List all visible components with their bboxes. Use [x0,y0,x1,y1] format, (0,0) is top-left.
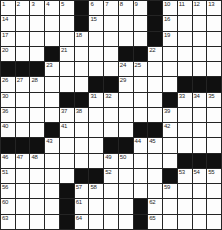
black-cell [148,16,162,30]
clue-number: 23 [46,62,52,68]
clue-number: 41 [61,123,67,129]
grid-cell[interactable]: 37 [60,108,74,122]
black-cell [178,154,192,168]
grid-cell[interactable]: 15 [89,16,103,30]
grid-cell[interactable]: 52 [104,169,118,183]
black-cell [45,47,59,61]
grid-cell[interactable] [163,138,177,152]
clue-number: 46 [2,154,8,160]
grid-cell[interactable] [193,62,207,76]
grid-cell[interactable] [193,123,207,137]
clue-number: 22 [149,47,155,53]
grid-cell[interactable] [193,32,207,46]
grid-cell[interactable] [148,169,162,183]
grid-cell[interactable] [30,184,44,198]
grid-cell[interactable] [178,47,192,61]
black-cell [193,77,207,91]
grid-cell[interactable] [89,199,103,213]
clue-number: 1 [2,1,5,7]
grid-cell[interactable] [134,16,148,30]
clue-number: 12 [194,1,200,7]
grid-cell[interactable]: 59 [163,184,177,198]
grid-cell[interactable] [193,138,207,152]
black-cell [75,169,89,183]
grid-cell[interactable]: 38 [75,108,89,122]
grid-cell[interactable] [16,16,30,30]
grid-cell[interactable] [75,138,89,152]
black-cell [148,123,162,137]
black-cell [75,93,89,107]
black-cell [163,93,177,107]
grid-cell[interactable]: 41 [60,123,74,137]
grid-cell[interactable] [45,154,59,168]
grid-cell[interactable]: 33 [178,93,192,107]
black-cell [30,138,44,152]
grid-cell[interactable] [45,215,59,229]
clue-number: 27 [17,77,23,83]
clue-number: 17 [2,32,8,38]
clue-number: 49 [105,154,111,160]
grid-cell[interactable] [75,62,89,76]
grid-cell[interactable] [104,215,118,229]
grid-cell[interactable]: 22 [148,47,162,61]
grid-cell[interactable] [207,62,221,76]
grid-cell[interactable] [104,62,118,76]
grid-cell[interactable]: 61 [75,199,89,213]
grid-cell[interactable] [193,16,207,30]
grid-cell[interactable] [16,108,30,122]
clue-number: 43 [46,138,52,144]
clue-number: 62 [149,199,155,205]
grid-cell[interactable] [119,169,133,183]
grid-cell[interactable] [30,32,44,46]
clue-number: 24 [120,62,126,68]
grid-cell[interactable] [104,32,118,46]
grid-cell[interactable] [163,199,177,213]
grid-cell[interactable] [119,32,133,46]
grid-cell[interactable] [30,16,44,30]
grid-cell[interactable] [45,184,59,198]
grid-cell[interactable] [193,47,207,61]
grid-cell[interactable]: 47 [16,154,30,168]
clue-number: 60 [2,199,8,205]
black-cell [148,1,162,15]
grid-cell[interactable] [45,16,59,30]
grid-cell[interactable] [207,47,221,61]
grid-cell[interactable] [16,123,30,137]
grid-cell[interactable]: 13 [207,1,221,15]
grid-cell[interactable]: 11 [178,1,192,15]
grid-cell[interactable]: 32 [104,93,118,107]
black-cell [104,77,118,91]
grid-cell[interactable]: 24 [119,62,133,76]
black-cell [134,47,148,61]
grid-cell[interactable] [30,123,44,137]
grid-cell[interactable] [89,62,103,76]
grid-cell[interactable] [178,32,192,46]
clue-number: 18 [76,32,82,38]
grid-cell[interactable]: 43 [45,138,59,152]
grid-cell[interactable] [178,199,192,213]
grid-cell[interactable] [178,123,192,137]
grid-cell[interactable]: 26 [1,77,15,91]
grid-cell[interactable]: 3 [30,1,44,15]
clue-number: 21 [61,47,67,53]
grid-cell[interactable] [163,154,177,168]
grid-cell[interactable] [75,123,89,137]
grid-cell[interactable] [45,77,59,91]
black-cell [30,62,44,76]
grid-cell[interactable] [148,184,162,198]
grid-cell[interactable]: 35 [207,93,221,107]
grid-cell[interactable]: 30 [1,93,15,107]
clue-number: 54 [194,169,200,175]
grid-cell[interactable] [16,215,30,229]
grid-cell[interactable] [16,199,30,213]
grid-cell[interactable] [75,77,89,91]
black-cell [75,1,89,15]
black-cell [60,184,74,198]
grid-cell[interactable] [178,138,192,152]
grid-cell[interactable] [89,123,103,137]
grid-cell[interactable]: 2 [16,1,30,15]
grid-cell[interactable] [163,215,177,229]
grid-cell[interactable] [30,215,44,229]
crossword-board: 1234567891011121314151617181920212223242… [0,0,222,230]
grid-cell[interactable] [207,16,221,30]
grid-cell[interactable] [75,154,89,168]
black-cell [148,32,162,46]
grid-cell[interactable] [104,47,118,61]
clue-number: 30 [2,93,8,99]
grid-cell[interactable]: 58 [89,184,103,198]
grid-cell[interactable] [134,77,148,91]
grid-cell[interactable]: 23 [45,62,59,76]
grid-cell[interactable]: 55 [207,169,221,183]
grid-cell[interactable] [60,77,74,91]
grid-cell[interactable] [134,93,148,107]
clue-number: 33 [179,93,185,99]
grid-cell[interactable] [75,47,89,61]
grid-cell[interactable]: 46 [1,154,15,168]
black-cell [75,16,89,30]
grid-cell[interactable] [30,199,44,213]
clue-number: 20 [2,47,8,53]
grid-cell[interactable] [178,184,192,198]
clue-number: 36 [2,108,8,114]
black-cell [119,47,133,61]
black-cell [45,123,59,137]
black-cell [60,199,74,213]
grid-cell[interactable]: 21 [60,47,74,61]
grid-cell[interactable] [60,32,74,46]
clue-number: 63 [2,215,8,221]
grid-cell[interactable] [134,184,148,198]
grid-cell[interactable]: 18 [75,32,89,46]
grid-cell[interactable] [119,215,133,229]
black-cell [178,77,192,91]
clue-number: 7 [105,1,108,7]
grid-cell[interactable] [193,199,207,213]
grid-cell[interactable] [104,108,118,122]
grid-cell[interactable]: 1 [1,1,15,15]
clue-number: 45 [149,138,155,144]
grid-cell[interactable]: 28 [30,77,44,91]
grid-cell[interactable] [45,93,59,107]
clue-number: 5 [61,1,64,7]
grid-cell[interactable]: 42 [163,123,177,137]
black-cell [60,93,74,107]
grid-cell[interactable] [119,184,133,198]
grid-cell[interactable]: 65 [148,215,162,229]
grid-cell[interactable]: 53 [178,169,192,183]
grid-cell[interactable] [45,108,59,122]
clue-number: 50 [120,154,126,160]
grid-cell[interactable]: 20 [1,47,15,61]
grid-cell[interactable]: 36 [1,108,15,122]
clue-number: 58 [90,184,96,190]
grid-cell[interactable] [16,32,30,46]
grid-cell[interactable]: 49 [104,154,118,168]
grid-cell[interactable] [148,62,162,76]
black-cell [16,62,30,76]
black-cell [193,154,207,168]
grid-cell[interactable] [16,93,30,107]
grid-cell[interactable]: 34 [193,93,207,107]
grid-cell[interactable] [178,16,192,30]
grid-cell[interactable] [119,199,133,213]
grid-cell[interactable]: 19 [163,32,177,46]
grid-cell[interactable]: 8 [119,1,133,15]
grid-cell[interactable] [104,199,118,213]
grid-cell[interactable] [207,184,221,198]
grid-cell[interactable]: 9 [134,1,148,15]
grid-cell[interactable] [89,47,103,61]
grid-cell[interactable] [16,47,30,61]
clue-number: 9 [135,1,138,7]
clue-number: 59 [164,184,170,190]
grid-cell[interactable] [119,123,133,137]
grid-cell[interactable] [178,62,192,76]
grid-cell[interactable] [89,215,103,229]
grid-cell[interactable]: 56 [1,184,15,198]
grid-cell[interactable] [178,215,192,229]
clue-number: 56 [2,184,8,190]
clue-number: 8 [120,1,123,7]
clue-number: 42 [164,123,170,129]
clue-number: 16 [164,16,170,22]
grid-cell[interactable]: 48 [30,154,44,168]
clue-number: 44 [135,138,141,144]
grid-cell[interactable]: 51 [1,169,15,183]
grid-cell[interactable] [193,108,207,122]
clue-number: 10 [164,1,170,7]
grid-cell[interactable] [45,199,59,213]
grid-cell[interactable] [60,154,74,168]
grid-cell[interactable] [148,108,162,122]
black-cell [207,77,221,91]
grid-cell[interactable]: 50 [119,154,133,168]
grid-cell[interactable]: 54 [193,169,207,183]
black-cell [163,169,177,183]
clue-number: 6 [90,1,93,7]
grid-cell[interactable]: 14 [1,16,15,30]
black-cell [1,138,15,152]
grid-cell[interactable]: 5 [60,1,74,15]
grid-cell[interactable] [104,123,118,137]
clue-number: 48 [31,154,37,160]
grid-cell[interactable]: 10 [163,1,177,15]
clue-number: 25 [135,62,141,68]
grid-cell[interactable]: 45 [148,138,162,152]
black-cell [134,215,148,229]
grid-cell[interactable]: 44 [134,138,148,152]
clue-number: 2 [17,1,20,7]
grid-cell[interactable] [134,154,148,168]
grid-cell[interactable]: 40 [1,123,15,137]
black-cell [60,215,74,229]
grid-cell[interactable] [30,93,44,107]
grid-cell[interactable] [30,169,44,183]
grid-cell[interactable]: 39 [163,108,177,122]
clue-number: 11 [179,1,185,7]
clue-number: 40 [2,123,8,129]
clue-number: 51 [2,169,8,175]
clue-number: 52 [105,169,111,175]
grid-cell[interactable] [30,47,44,61]
grid-cell[interactable]: 60 [1,199,15,213]
grid-cell[interactable]: 25 [134,62,148,76]
clue-number: 4 [46,1,49,7]
grid-cell[interactable]: 6 [89,1,103,15]
grid-cell[interactable] [16,184,30,198]
clue-number: 15 [90,16,96,22]
grid-cell[interactable] [60,62,74,76]
black-cell [134,199,148,213]
black-cell [1,62,15,76]
grid-cell[interactable] [134,108,148,122]
grid-cell[interactable] [207,32,221,46]
grid-cell[interactable] [207,138,221,152]
clue-number: 55 [208,169,214,175]
clue-number: 29 [120,77,126,83]
clue-number: 34 [194,93,200,99]
grid-cell[interactable]: 27 [16,77,30,91]
grid-cell[interactable] [89,138,103,152]
grid-cell[interactable] [60,169,74,183]
black-cell [119,138,133,152]
clue-number: 61 [76,199,82,205]
grid-cell[interactable] [134,32,148,46]
black-cell [134,123,148,137]
grid-cell[interactable] [193,184,207,198]
grid-cell[interactable] [119,108,133,122]
grid-cell[interactable] [104,16,118,30]
grid-cell[interactable] [89,32,103,46]
grid-cell[interactable] [148,77,162,91]
grid-cell[interactable]: 63 [1,215,15,229]
grid-cell[interactable]: 4 [45,1,59,15]
grid-cell[interactable] [119,93,133,107]
black-cell [16,138,30,152]
grid-cell[interactable] [148,93,162,107]
black-cell [207,154,221,168]
grid-cell[interactable]: 7 [104,1,118,15]
clue-number: 53 [179,169,185,175]
clue-number: 35 [208,93,214,99]
grid-cell[interactable]: 16 [163,16,177,30]
grid-cell[interactable] [16,169,30,183]
clue-number: 39 [164,108,170,114]
grid-cell[interactable] [30,108,44,122]
clue-number: 65 [149,215,155,221]
black-cell [89,77,103,91]
grid-cell[interactable] [89,154,103,168]
clue-number: 28 [31,77,37,83]
grid-cell[interactable] [207,108,221,122]
grid-cell[interactable] [163,47,177,61]
grid-cell[interactable] [163,77,177,91]
grid-cell[interactable]: 29 [119,77,133,91]
clue-number: 14 [2,16,8,22]
grid-cell[interactable] [178,108,192,122]
clue-number: 13 [208,1,214,7]
clue-number: 3 [31,1,34,7]
black-cell [89,169,103,183]
clue-number: 38 [76,108,82,114]
grid-cell[interactable] [119,16,133,30]
grid-cell[interactable] [134,169,148,183]
grid-cell[interactable]: 62 [148,199,162,213]
clue-number: 19 [164,32,170,38]
grid-cell[interactable] [207,199,221,213]
grid-cell[interactable] [60,16,74,30]
grid-cell[interactable] [163,62,177,76]
grid-cell[interactable]: 64 [75,215,89,229]
grid-cell[interactable] [60,138,74,152]
grid-cell[interactable] [148,154,162,168]
grid-cell[interactable]: 12 [193,1,207,15]
clue-number: 47 [17,154,23,160]
grid-cell[interactable] [89,108,103,122]
clue-number: 57 [76,184,82,190]
grid-cell[interactable]: 57 [75,184,89,198]
grid-cell[interactable] [45,32,59,46]
grid-cell[interactable] [104,184,118,198]
clue-number: 64 [76,215,82,221]
grid-cell[interactable] [45,169,59,183]
grid-cell[interactable] [207,123,221,137]
grid-cell[interactable]: 17 [1,32,15,46]
clue-number: 32 [105,93,111,99]
grid-cell[interactable] [193,215,207,229]
clue-number: 26 [2,77,8,83]
clue-number: 31 [90,93,96,99]
grid-cell[interactable]: 31 [89,93,103,107]
grid-cell[interactable] [207,215,221,229]
clue-number: 37 [61,108,67,114]
black-cell [104,138,118,152]
